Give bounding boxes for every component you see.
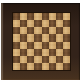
square-f7[interactable] xyxy=(49,20,56,27)
square-b1[interactable] xyxy=(20,63,27,70)
square-b4[interactable] xyxy=(20,42,27,49)
square-a4[interactable] xyxy=(13,42,20,49)
square-f8[interactable] xyxy=(49,13,56,20)
board-grid xyxy=(13,13,70,70)
square-f6[interactable] xyxy=(49,27,56,34)
square-b6[interactable] xyxy=(20,27,27,34)
square-b3[interactable] xyxy=(20,49,27,56)
square-b5[interactable] xyxy=(20,34,27,41)
square-b2[interactable] xyxy=(20,56,27,63)
square-f4[interactable] xyxy=(49,42,56,49)
square-c7[interactable] xyxy=(27,20,34,27)
square-a5[interactable] xyxy=(13,34,20,41)
chessboard-photo xyxy=(0,0,80,80)
square-d1[interactable] xyxy=(34,63,41,70)
square-e7[interactable] xyxy=(42,20,49,27)
square-a2[interactable] xyxy=(13,56,20,63)
square-c6[interactable] xyxy=(27,27,34,34)
square-a6[interactable] xyxy=(13,27,20,34)
square-h7[interactable] xyxy=(63,20,70,27)
square-h8[interactable] xyxy=(63,13,70,20)
square-h5[interactable] xyxy=(63,34,70,41)
square-f3[interactable] xyxy=(49,49,56,56)
square-d3[interactable] xyxy=(34,49,41,56)
square-d6[interactable] xyxy=(34,27,41,34)
square-f5[interactable] xyxy=(49,34,56,41)
square-g6[interactable] xyxy=(56,27,63,34)
square-b8[interactable] xyxy=(20,13,27,20)
square-a8[interactable] xyxy=(13,13,20,20)
square-h6[interactable] xyxy=(63,27,70,34)
square-d4[interactable] xyxy=(34,42,41,49)
square-h4[interactable] xyxy=(63,42,70,49)
square-c1[interactable] xyxy=(27,63,34,70)
square-a3[interactable] xyxy=(13,49,20,56)
square-b7[interactable] xyxy=(20,20,27,27)
square-c8[interactable] xyxy=(27,13,34,20)
square-e8[interactable] xyxy=(42,13,49,20)
square-h3[interactable] xyxy=(63,49,70,56)
square-g1[interactable] xyxy=(56,63,63,70)
square-e1[interactable] xyxy=(42,63,49,70)
square-c3[interactable] xyxy=(27,49,34,56)
square-g3[interactable] xyxy=(56,49,63,56)
square-a7[interactable] xyxy=(13,20,20,27)
square-c4[interactable] xyxy=(27,42,34,49)
square-e4[interactable] xyxy=(42,42,49,49)
square-g5[interactable] xyxy=(56,34,63,41)
square-e2[interactable] xyxy=(42,56,49,63)
square-g2[interactable] xyxy=(56,56,63,63)
square-f2[interactable] xyxy=(49,56,56,63)
square-f1[interactable] xyxy=(49,63,56,70)
square-e6[interactable] xyxy=(42,27,49,34)
square-d7[interactable] xyxy=(34,20,41,27)
square-e5[interactable] xyxy=(42,34,49,41)
square-a1[interactable] xyxy=(13,63,20,70)
square-h2[interactable] xyxy=(63,56,70,63)
square-d2[interactable] xyxy=(34,56,41,63)
square-g8[interactable] xyxy=(56,13,63,20)
square-g7[interactable] xyxy=(56,20,63,27)
square-c2[interactable] xyxy=(27,56,34,63)
square-g4[interactable] xyxy=(56,42,63,49)
square-e3[interactable] xyxy=(42,49,49,56)
square-d8[interactable] xyxy=(34,13,41,20)
square-h1[interactable] xyxy=(63,63,70,70)
square-c5[interactable] xyxy=(27,34,34,41)
square-d5[interactable] xyxy=(34,34,41,41)
